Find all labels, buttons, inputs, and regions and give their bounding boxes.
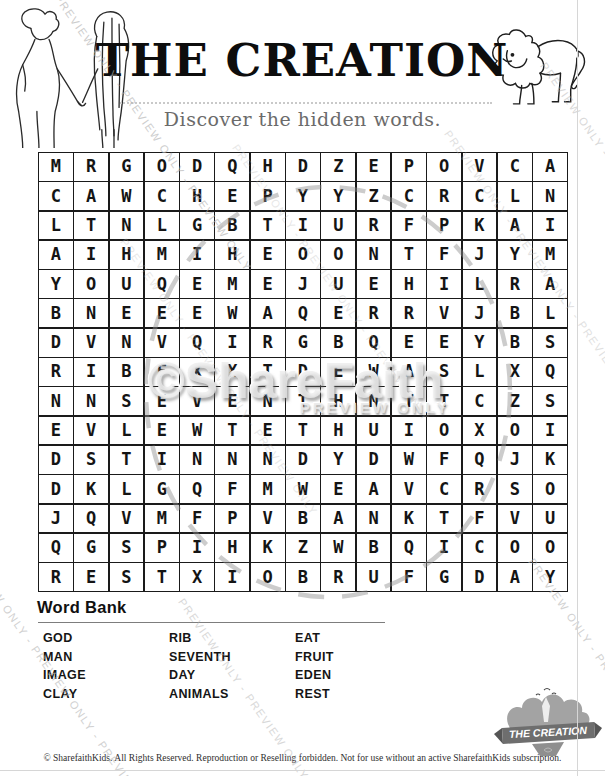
cell-r1c3[interactable]: G: [110, 153, 144, 181]
cell-r15c1[interactable]: R: [39, 563, 73, 591]
cell-r7c3[interactable]: N: [110, 329, 144, 357]
cell-r10c13[interactable]: X: [463, 417, 497, 445]
cell-r11c10[interactable]: D: [357, 446, 391, 474]
title-divider: [120, 102, 492, 104]
page-title: THE CREATION: [88, 34, 516, 87]
worksheet-page: THE CREATION Discover the hidden words. …: [0, 0, 605, 776]
cell-r13c2[interactable]: Q: [74, 505, 108, 533]
cell-r14c15[interactable]: O: [533, 534, 567, 562]
cell-r9c10[interactable]: N: [357, 387, 391, 415]
cell-r3c3[interactable]: N: [110, 212, 144, 240]
cell-r2c7[interactable]: P: [251, 182, 285, 210]
cell-r12c5[interactable]: Q: [180, 475, 214, 503]
cell-r1c5[interactable]: D: [180, 153, 214, 181]
cell-r13c3[interactable]: V: [110, 505, 144, 533]
cell-r4c3[interactable]: H: [110, 241, 144, 269]
cell-r14c1[interactable]: Q: [39, 534, 73, 562]
cell-r11c9[interactable]: Y: [321, 446, 355, 474]
word-bank-item-seventh: SEVENTH: [169, 648, 295, 667]
word-bank-item-day: DAY: [169, 666, 295, 685]
cell-r14c3[interactable]: S: [110, 534, 144, 562]
cell-r7c8[interactable]: G: [286, 329, 320, 357]
cell-r6c10[interactable]: R: [357, 299, 391, 327]
cell-r7c1[interactable]: D: [39, 329, 73, 357]
cell-r15c5[interactable]: X: [180, 563, 214, 591]
cell-r2c13[interactable]: C: [463, 182, 497, 210]
cell-r10c9[interactable]: H: [321, 417, 355, 445]
cell-r2c15[interactable]: N: [533, 182, 567, 210]
cell-r10c10[interactable]: U: [357, 417, 391, 445]
cell-r14c12[interactable]: I: [427, 534, 461, 562]
cell-r14c9[interactable]: W: [321, 534, 355, 562]
cell-r2c1[interactable]: C: [39, 182, 73, 210]
cell-r13c10[interactable]: N: [357, 505, 391, 533]
cell-r4c8[interactable]: O: [286, 241, 320, 269]
cell-r1c4[interactable]: O: [145, 153, 179, 181]
cell-r8c7[interactable]: T: [251, 358, 285, 386]
cell-r6c2[interactable]: N: [74, 299, 108, 327]
cell-r2c6[interactable]: E: [215, 182, 249, 210]
cell-r13c12[interactable]: T: [427, 505, 461, 533]
cell-r3c4[interactable]: L: [145, 212, 179, 240]
cell-r13c4[interactable]: M: [145, 505, 179, 533]
cell-r1c10[interactable]: E: [357, 153, 391, 181]
cell-r6c9[interactable]: E: [321, 299, 355, 327]
cell-r10c6[interactable]: T: [215, 417, 249, 445]
cell-r7c4[interactable]: V: [145, 329, 179, 357]
cell-r11c8[interactable]: D: [286, 446, 320, 474]
cell-r11c6[interactable]: N: [215, 446, 249, 474]
cell-r10c12[interactable]: O: [427, 417, 461, 445]
cell-r2c11[interactable]: C: [392, 182, 426, 210]
cell-r3c15[interactable]: I: [533, 212, 567, 240]
cell-r2c2[interactable]: A: [74, 182, 108, 210]
cell-r9c11[interactable]: T: [392, 387, 426, 415]
cell-r1c13[interactable]: V: [463, 153, 497, 181]
cell-r8c2[interactable]: I: [74, 358, 108, 386]
cell-r7c6[interactable]: I: [215, 329, 249, 357]
cell-r11c4[interactable]: I: [145, 446, 179, 474]
cell-r3c9[interactable]: U: [321, 212, 355, 240]
cell-r12c1[interactable]: D: [39, 475, 73, 503]
cell-r1c7[interactable]: H: [251, 153, 285, 181]
cell-r7c5[interactable]: Q: [180, 329, 214, 357]
word-bank-item-rest: REST: [295, 685, 421, 704]
cell-r15c11[interactable]: F: [392, 563, 426, 591]
cell-r6c6[interactable]: W: [215, 299, 249, 327]
cell-r15c13[interactable]: D: [463, 563, 497, 591]
cell-r15c3[interactable]: S: [110, 563, 144, 591]
wordsearch-grid: MRGODQHDZEPOVCACAWCHEPYYZCRCLNLTNLGBTIUR…: [38, 152, 568, 592]
cell-r7c15[interactable]: S: [533, 329, 567, 357]
cell-r5c15[interactable]: A: [533, 270, 567, 298]
cell-r4c2[interactable]: I: [74, 241, 108, 269]
cell-r15c8[interactable]: B: [286, 563, 320, 591]
cell-r3c2[interactable]: T: [74, 212, 108, 240]
cell-r5c4[interactable]: Q: [145, 270, 179, 298]
cell-r10c11[interactable]: I: [392, 417, 426, 445]
word-bank-column: RIBSEVENTHDAYANIMALS: [169, 629, 295, 703]
cell-r2c8[interactable]: Y: [286, 182, 320, 210]
word-bank-column: GODMANIMAGECLAY: [43, 629, 169, 703]
cell-r9c14[interactable]: Z: [498, 387, 532, 415]
cell-r10c2[interactable]: V: [74, 417, 108, 445]
cell-r8c3[interactable]: B: [110, 358, 144, 386]
cell-r9c13[interactable]: C: [463, 387, 497, 415]
cell-r5c6[interactable]: M: [215, 270, 249, 298]
cell-r5c9[interactable]: U: [321, 270, 355, 298]
cell-r1c6[interactable]: Q: [215, 153, 249, 181]
cell-r13c8[interactable]: B: [286, 505, 320, 533]
cell-r6c8[interactable]: Q: [286, 299, 320, 327]
cell-r2c9[interactable]: Y: [321, 182, 355, 210]
ribbon-fold-right: [594, 722, 602, 738]
cell-r13c9[interactable]: A: [321, 505, 355, 533]
cell-r9c1[interactable]: N: [39, 387, 73, 415]
cell-r2c5[interactable]: H: [180, 182, 214, 210]
cell-r11c3[interactable]: T: [110, 446, 144, 474]
cell-r12c11[interactable]: V: [392, 475, 426, 503]
cell-r10c8[interactable]: T: [286, 417, 320, 445]
subtitle: Discover the hidden words.: [0, 108, 605, 130]
word-bank-heading: Word Bank: [37, 598, 127, 617]
cell-r9c4[interactable]: E: [145, 387, 179, 415]
cell-r14c11[interactable]: Q: [392, 534, 426, 562]
cell-r5c14[interactable]: R: [498, 270, 532, 298]
cell-r6c4[interactable]: E: [145, 299, 179, 327]
cell-r3c10[interactable]: R: [357, 212, 391, 240]
cell-r3c12[interactable]: P: [427, 212, 461, 240]
cell-r4c15[interactable]: M: [533, 241, 567, 269]
cell-r5c1[interactable]: Y: [39, 270, 73, 298]
cell-r5c2[interactable]: O: [74, 270, 108, 298]
cell-r11c15[interactable]: K: [533, 446, 567, 474]
cell-r13c13[interactable]: F: [463, 505, 497, 533]
word-bank-item-man: MAN: [43, 648, 169, 667]
cell-r14c4[interactable]: P: [145, 534, 179, 562]
cell-r15c6[interactable]: I: [215, 563, 249, 591]
cell-r10c1[interactable]: E: [39, 417, 73, 445]
cell-r12c10[interactable]: A: [357, 475, 391, 503]
cell-r5c7[interactable]: E: [251, 270, 285, 298]
cell-r3c11[interactable]: F: [392, 212, 426, 240]
cell-r11c12[interactable]: F: [427, 446, 461, 474]
cell-r9c9[interactable]: H: [321, 387, 355, 415]
cell-r15c4[interactable]: T: [145, 563, 179, 591]
cell-r12c6[interactable]: F: [215, 475, 249, 503]
word-bank-item-eat: EAT: [295, 629, 421, 648]
cell-r10c4[interactable]: E: [145, 417, 179, 445]
word-bank-item-animals: ANIMALS: [169, 685, 295, 704]
cell-r6c11[interactable]: R: [392, 299, 426, 327]
cell-r4c7[interactable]: E: [251, 241, 285, 269]
cell-r15c2[interactable]: E: [74, 563, 108, 591]
cell-r12c3[interactable]: L: [110, 475, 144, 503]
cell-r4c10[interactable]: N: [357, 241, 391, 269]
cell-r8c8[interactable]: D: [286, 358, 320, 386]
cell-r2c14[interactable]: L: [498, 182, 532, 210]
cell-r7c7[interactable]: R: [251, 329, 285, 357]
word-bank-item-rib: RIB: [169, 629, 295, 648]
cell-r9c15[interactable]: S: [533, 387, 567, 415]
cell-r12c13[interactable]: R: [463, 475, 497, 503]
cell-r4c5[interactable]: I: [180, 241, 214, 269]
cell-r8c13[interactable]: L: [463, 358, 497, 386]
cell-r3c7[interactable]: T: [251, 212, 285, 240]
cell-r6c3[interactable]: E: [110, 299, 144, 327]
cell-r13c15[interactable]: U: [533, 505, 567, 533]
cell-r6c7[interactable]: A: [251, 299, 285, 327]
word-bank-list: GODMANIMAGECLAYRIBSEVENTHDAYANIMALSEATFR…: [43, 629, 421, 703]
cell-r8c1[interactable]: R: [39, 358, 73, 386]
word-bank-item-clay: CLAY: [43, 685, 169, 704]
cell-r1c2[interactable]: R: [74, 153, 108, 181]
cell-r12c4[interactable]: G: [145, 475, 179, 503]
cell-r14c6[interactable]: H: [215, 534, 249, 562]
cell-r1c1[interactable]: M: [39, 153, 73, 181]
cell-r3c6[interactable]: B: [215, 212, 249, 240]
cell-r3c1[interactable]: L: [39, 212, 73, 240]
cell-r1c8[interactable]: D: [286, 153, 320, 181]
sharefaith-logo-badge: THE CREATION: [492, 684, 604, 766]
cell-r4c1[interactable]: A: [39, 241, 73, 269]
cell-r11c5[interactable]: N: [180, 446, 214, 474]
ribbon-fold-left: [494, 728, 503, 744]
cell-r6c14[interactable]: B: [498, 299, 532, 327]
cell-r8c4[interactable]: F: [145, 358, 179, 386]
cell-r11c11[interactable]: W: [392, 446, 426, 474]
cell-r8c12[interactable]: S: [427, 358, 461, 386]
cell-r13c5[interactable]: F: [180, 505, 214, 533]
cell-r14c7[interactable]: K: [251, 534, 285, 562]
bird-icons: [536, 689, 556, 696]
cell-r5c3[interactable]: U: [110, 270, 144, 298]
cell-r15c9[interactable]: R: [321, 563, 355, 591]
cell-r5c10[interactable]: E: [357, 270, 391, 298]
cell-r9c12[interactable]: T: [427, 387, 461, 415]
cell-r13c6[interactable]: P: [215, 505, 249, 533]
cell-r7c13[interactable]: Y: [463, 329, 497, 357]
cell-r4c12[interactable]: F: [427, 241, 461, 269]
word-bank-item-fruit: FRUIT: [295, 648, 421, 667]
cell-r11c14[interactable]: J: [498, 446, 532, 474]
cell-r7c12[interactable]: E: [427, 329, 461, 357]
cell-r7c14[interactable]: B: [498, 329, 532, 357]
word-bank-column: EATFRUITEDENREST: [295, 629, 421, 703]
cell-r12c15[interactable]: O: [533, 475, 567, 503]
cell-r8c11[interactable]: A: [392, 358, 426, 386]
word-bank-item-eden: EDEN: [295, 666, 421, 685]
cell-r3c13[interactable]: K: [463, 212, 497, 240]
cell-r5c11[interactable]: H: [392, 270, 426, 298]
cell-r1c12[interactable]: O: [427, 153, 461, 181]
cell-r1c9[interactable]: Z: [321, 153, 355, 181]
cell-r8c6[interactable]: X: [215, 358, 249, 386]
cell-r4c13[interactable]: J: [463, 241, 497, 269]
cell-r3c14[interactable]: A: [498, 212, 532, 240]
cell-r6c5[interactable]: E: [180, 299, 214, 327]
cell-r13c1[interactable]: J: [39, 505, 73, 533]
cell-r14c10[interactable]: B: [357, 534, 391, 562]
cell-r8c15[interactable]: Q: [533, 358, 567, 386]
cell-r10c5[interactable]: W: [180, 417, 214, 445]
word-bank-divider: [38, 622, 385, 623]
page-edge-right: [577, 0, 578, 776]
cell-r5c5[interactable]: E: [180, 270, 214, 298]
cell-r10c7[interactable]: E: [251, 417, 285, 445]
cell-r6c1[interactable]: B: [39, 299, 73, 327]
cell-r3c5[interactable]: G: [180, 212, 214, 240]
cell-r4c6[interactable]: H: [215, 241, 249, 269]
cell-r11c13[interactable]: Q: [463, 446, 497, 474]
page-edge-bottom: [0, 770, 605, 771]
badge-tail: [532, 742, 564, 756]
cell-r1c15[interactable]: A: [533, 153, 567, 181]
cell-r3c8[interactable]: I: [286, 212, 320, 240]
cell-r11c1[interactable]: D: [39, 446, 73, 474]
cell-r6c15[interactable]: L: [533, 299, 567, 327]
word-bank-item-god: GOD: [43, 629, 169, 648]
cell-r4c14[interactable]: Y: [498, 241, 532, 269]
cell-r9c2[interactable]: N: [74, 387, 108, 415]
cell-r12c2[interactable]: K: [74, 475, 108, 503]
cell-r1c11[interactable]: P: [392, 153, 426, 181]
cell-r9c8[interactable]: T: [286, 387, 320, 415]
cell-r7c11[interactable]: E: [392, 329, 426, 357]
cell-r9c6[interactable]: E: [215, 387, 249, 415]
cell-r12c7[interactable]: M: [251, 475, 285, 503]
cell-r8c10[interactable]: W: [357, 358, 391, 386]
cell-r8c14[interactable]: X: [498, 358, 532, 386]
cell-r2c10[interactable]: Z: [357, 182, 391, 210]
cell-r14c14[interactable]: O: [498, 534, 532, 562]
cell-r6c13[interactable]: J: [463, 299, 497, 327]
word-bank-item-image: IMAGE: [43, 666, 169, 685]
cell-r2c4[interactable]: C: [145, 182, 179, 210]
cell-r9c3[interactable]: S: [110, 387, 144, 415]
cell-r15c15[interactable]: Y: [533, 563, 567, 591]
cell-r5c13[interactable]: L: [463, 270, 497, 298]
cell-r7c10[interactable]: Q: [357, 329, 391, 357]
cell-r13c11[interactable]: K: [392, 505, 426, 533]
cell-r11c7[interactable]: N: [251, 446, 285, 474]
cell-r8c5[interactable]: X: [180, 358, 214, 386]
cell-r14c2[interactable]: G: [74, 534, 108, 562]
cell-r15c10[interactable]: U: [357, 563, 391, 591]
cell-r12c9[interactable]: E: [321, 475, 355, 503]
cell-r2c12[interactable]: R: [427, 182, 461, 210]
cell-r5c8[interactable]: J: [286, 270, 320, 298]
cell-r7c2[interactable]: V: [74, 329, 108, 357]
cell-r4c11[interactable]: T: [392, 241, 426, 269]
cell-r15c12[interactable]: G: [427, 563, 461, 591]
cell-r12c8[interactable]: W: [286, 475, 320, 503]
cell-r10c14[interactable]: O: [498, 417, 532, 445]
cell-r1c14[interactable]: C: [498, 153, 532, 181]
cell-r14c5[interactable]: I: [180, 534, 214, 562]
cell-r14c13[interactable]: C: [463, 534, 497, 562]
cell-r15c7[interactable]: O: [251, 563, 285, 591]
cell-r5c12[interactable]: I: [427, 270, 461, 298]
cell-r8c9[interactable]: E: [321, 358, 355, 386]
cell-r13c7[interactable]: V: [251, 505, 285, 533]
cell-r13c14[interactable]: V: [498, 505, 532, 533]
cell-r14c8[interactable]: Z: [286, 534, 320, 562]
cell-r12c14[interactable]: S: [498, 475, 532, 503]
cell-r9c7[interactable]: N: [251, 387, 285, 415]
cell-r4c4[interactable]: M: [145, 241, 179, 269]
cell-r10c3[interactable]: L: [110, 417, 144, 445]
cell-r12c12[interactable]: C: [427, 475, 461, 503]
cell-r9c5[interactable]: V: [180, 387, 214, 415]
cell-r2c3[interactable]: W: [110, 182, 144, 210]
cell-r4c9[interactable]: O: [321, 241, 355, 269]
cell-r10c15[interactable]: I: [533, 417, 567, 445]
cell-r15c14[interactable]: A: [498, 563, 532, 591]
cell-r6c12[interactable]: V: [427, 299, 461, 327]
cell-r11c2[interactable]: S: [74, 446, 108, 474]
cell-r7c9[interactable]: B: [321, 329, 355, 357]
